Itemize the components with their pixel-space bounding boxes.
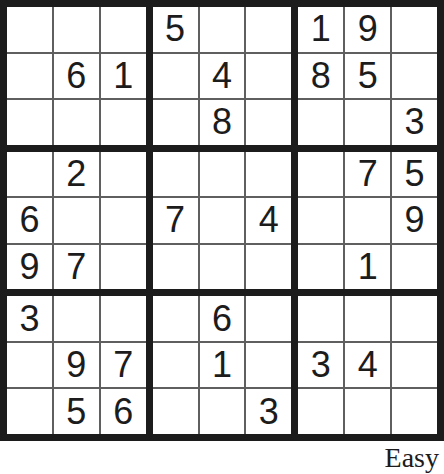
cell-r2c1[interactable] — [7, 54, 52, 99]
box-r2c3: 7591 — [298, 152, 437, 290]
cell-r5c1[interactable]: 6 — [7, 198, 52, 243]
cell-r3c4[interactable] — [153, 100, 198, 145]
cell-r8c9[interactable] — [392, 343, 437, 388]
cell-r3c1[interactable] — [7, 100, 52, 145]
difficulty-label: Easy — [385, 444, 439, 472]
cell-r9c1[interactable] — [7, 389, 52, 434]
box-r2c1: 2697 — [7, 152, 146, 290]
cell-r9c2[interactable]: 5 — [54, 389, 99, 434]
cell-r6c4[interactable] — [153, 245, 198, 290]
cell-r6c2[interactable]: 7 — [54, 245, 99, 290]
given-digit: 7 — [165, 202, 185, 238]
cell-r3c6[interactable] — [246, 100, 291, 145]
cell-r7c1[interactable]: 3 — [7, 296, 52, 341]
box-r2c2: 74 — [153, 152, 292, 290]
given-digit: 4 — [212, 58, 232, 94]
given-digit: 9 — [405, 202, 425, 238]
cell-r7c6[interactable] — [246, 296, 291, 341]
cell-r8c8[interactable]: 4 — [345, 343, 390, 388]
given-digit: 9 — [19, 249, 39, 285]
given-digit: 6 — [66, 58, 86, 94]
label-bar: Easy — [0, 441, 444, 474]
cell-r8c4[interactable] — [153, 343, 198, 388]
box-r3c2: 613 — [153, 296, 292, 434]
box-r1c1: 61 — [7, 7, 146, 145]
given-digit: 3 — [311, 347, 331, 383]
cell-r6c9[interactable] — [392, 245, 437, 290]
cell-r8c1[interactable] — [7, 343, 52, 388]
box-r1c3: 19853 — [298, 7, 437, 145]
cell-r6c5[interactable] — [200, 245, 245, 290]
cell-r5c6[interactable]: 4 — [246, 198, 291, 243]
given-digit: 3 — [405, 104, 425, 140]
given-digit: 4 — [358, 347, 378, 383]
cell-r7c3[interactable] — [101, 296, 146, 341]
cell-r3c8[interactable] — [345, 100, 390, 145]
cell-r1c6[interactable] — [246, 7, 291, 52]
cell-r6c7[interactable] — [298, 245, 343, 290]
cell-r9c3[interactable]: 6 — [101, 389, 146, 434]
cell-r3c5[interactable]: 8 — [200, 100, 245, 145]
given-digit: 1 — [358, 249, 378, 285]
given-digit: 9 — [66, 347, 86, 383]
given-digit: 6 — [212, 301, 232, 337]
cell-r5c9[interactable]: 9 — [392, 198, 437, 243]
cell-r7c8[interactable] — [345, 296, 390, 341]
cell-r2c2[interactable]: 6 — [54, 54, 99, 99]
cell-r4c9[interactable]: 5 — [392, 152, 437, 197]
cell-r7c4[interactable] — [153, 296, 198, 341]
sudoku-board: 615481985326977475913975661334 — [0, 0, 444, 441]
cell-r4c6[interactable] — [246, 152, 291, 197]
given-digit: 4 — [259, 202, 279, 238]
cell-r4c7[interactable] — [298, 152, 343, 197]
cell-r5c7[interactable] — [298, 198, 343, 243]
given-digit: 6 — [19, 202, 39, 238]
cell-r1c3[interactable] — [101, 7, 146, 52]
cell-r1c5[interactable] — [200, 7, 245, 52]
cell-r8c2[interactable]: 9 — [54, 343, 99, 388]
cell-r1c8[interactable]: 9 — [345, 7, 390, 52]
given-digit: 6 — [113, 394, 133, 430]
cell-r5c4[interactable]: 7 — [153, 198, 198, 243]
cell-r1c7[interactable]: 1 — [298, 7, 343, 52]
cell-r7c9[interactable] — [392, 296, 437, 341]
given-digit: 1 — [311, 11, 331, 47]
cell-r6c3[interactable] — [101, 245, 146, 290]
cell-r5c5[interactable] — [200, 198, 245, 243]
cell-r9c9[interactable] — [392, 389, 437, 434]
given-digit: 5 — [66, 394, 86, 430]
cell-r4c3[interactable] — [101, 152, 146, 197]
cell-r5c8[interactable] — [345, 198, 390, 243]
box-r3c3: 34 — [298, 296, 437, 434]
cell-r9c8[interactable] — [345, 389, 390, 434]
given-digit: 7 — [66, 249, 86, 285]
cell-r2c7[interactable]: 8 — [298, 54, 343, 99]
sudoku-page: 615481985326977475913975661334 Easy — [0, 0, 444, 474]
given-digit: 9 — [358, 11, 378, 47]
cell-r9c7[interactable] — [298, 389, 343, 434]
box-r1c2: 548 — [153, 7, 292, 145]
cell-r4c2[interactable]: 2 — [54, 152, 99, 197]
cell-r3c2[interactable] — [54, 100, 99, 145]
cell-r8c7[interactable]: 3 — [298, 343, 343, 388]
given-digit: 5 — [165, 11, 185, 47]
cell-r4c1[interactable] — [7, 152, 52, 197]
cell-r3c3[interactable] — [101, 100, 146, 145]
cell-r3c9[interactable]: 3 — [392, 100, 437, 145]
cell-r6c6[interactable] — [246, 245, 291, 290]
given-digit: 3 — [259, 394, 279, 430]
given-digit: 5 — [405, 156, 425, 192]
cell-r2c3[interactable]: 1 — [101, 54, 146, 99]
given-digit: 2 — [66, 156, 86, 192]
cell-r8c6[interactable] — [246, 343, 291, 388]
cell-r2c6[interactable] — [246, 54, 291, 99]
cell-r5c2[interactable] — [54, 198, 99, 243]
cell-r1c2[interactable] — [54, 7, 99, 52]
cell-r7c7[interactable] — [298, 296, 343, 341]
cell-r3c7[interactable] — [298, 100, 343, 145]
cell-r4c4[interactable] — [153, 152, 198, 197]
cell-r4c8[interactable]: 7 — [345, 152, 390, 197]
given-digit: 1 — [212, 347, 232, 383]
given-digit: 3 — [19, 301, 39, 337]
cell-r7c5[interactable]: 6 — [200, 296, 245, 341]
cell-r1c1[interactable] — [7, 7, 52, 52]
cell-r9c6[interactable]: 3 — [246, 389, 291, 434]
cell-r8c3[interactable]: 7 — [101, 343, 146, 388]
cell-r2c5[interactable]: 4 — [200, 54, 245, 99]
given-digit: 5 — [358, 58, 378, 94]
cell-r7c2[interactable] — [54, 296, 99, 341]
cell-r2c8[interactable]: 5 — [345, 54, 390, 99]
cell-r8c5[interactable]: 1 — [200, 343, 245, 388]
cell-r6c1[interactable]: 9 — [7, 245, 52, 290]
cell-r2c4[interactable] — [153, 54, 198, 99]
given-digit: 7 — [113, 347, 133, 383]
cell-r2c9[interactable] — [392, 54, 437, 99]
cell-r5c3[interactable] — [101, 198, 146, 243]
cell-r1c9[interactable] — [392, 7, 437, 52]
given-digit: 7 — [358, 156, 378, 192]
given-digit: 8 — [212, 104, 232, 140]
box-r3c1: 39756 — [7, 296, 146, 434]
cell-r4c5[interactable] — [200, 152, 245, 197]
cell-r9c5[interactable] — [200, 389, 245, 434]
given-digit: 1 — [113, 58, 133, 94]
cell-r1c4[interactable]: 5 — [153, 7, 198, 52]
cell-r9c4[interactable] — [153, 389, 198, 434]
cell-r6c8[interactable]: 1 — [345, 245, 390, 290]
given-digit: 8 — [311, 58, 331, 94]
